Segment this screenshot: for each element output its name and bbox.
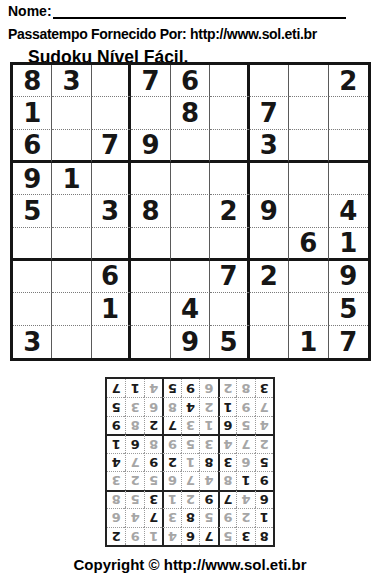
puzzle-cell-r5c3[interactable]: 3 bbox=[92, 195, 131, 227]
puzzle-cell-r2c9[interactable] bbox=[329, 97, 368, 129]
puzzle-cell-r1c9[interactable]: 2 bbox=[329, 65, 368, 97]
solution-cell-r6c6: 9 bbox=[162, 434, 180, 452]
solution-cell-r1c1: 8 bbox=[255, 527, 273, 545]
puzzle-cell-r9c9[interactable]: 7 bbox=[329, 326, 368, 358]
puzzle-cell-r7c6[interactable]: 7 bbox=[210, 261, 249, 293]
puzzle-cell-r2c3[interactable] bbox=[92, 97, 131, 129]
puzzle-cell-r8c9[interactable]: 5 bbox=[329, 293, 368, 325]
puzzle-cell-r4c5[interactable] bbox=[171, 163, 210, 195]
solution-cell-r1c8: 9 bbox=[125, 527, 143, 545]
puzzle-cell-r9c5[interactable]: 9 bbox=[171, 326, 210, 358]
provider-line: Passatempo Fornecido Por: http://www.sol… bbox=[8, 26, 374, 42]
puzzle-cell-r4c1[interactable]: 9 bbox=[13, 163, 52, 195]
solution-cell-r6c2: 7 bbox=[236, 434, 254, 452]
solution-cell-r1c9: 2 bbox=[107, 527, 125, 545]
puzzle-cell-r1c1[interactable]: 8 bbox=[13, 65, 52, 97]
solution-cell-r5c5: 1 bbox=[181, 453, 199, 471]
puzzle-cell-r5c7[interactable]: 9 bbox=[250, 195, 289, 227]
puzzle-grid: 8376218767939153829461672914539517 bbox=[10, 62, 371, 361]
solution-cell-r5c2: 6 bbox=[236, 453, 254, 471]
solution-cell-r8c8: 3 bbox=[125, 397, 143, 415]
puzzle-cell-r2c1[interactable]: 1 bbox=[13, 97, 52, 129]
puzzle-cell-r5c2[interactable] bbox=[52, 195, 91, 227]
puzzle-cell-r9c8[interactable]: 1 bbox=[289, 326, 328, 358]
puzzle-cell-r7c8[interactable] bbox=[289, 261, 328, 293]
solution-cell-r4c7: 5 bbox=[144, 471, 162, 489]
puzzle-cell-r6c2[interactable] bbox=[52, 228, 91, 261]
solution-cell-r3c3: 7 bbox=[218, 490, 236, 508]
solution-cell-r2c9: 6 bbox=[107, 508, 125, 526]
solution-cell-r1c2: 3 bbox=[236, 527, 254, 545]
puzzle-cell-r9c7[interactable] bbox=[250, 326, 289, 358]
puzzle-cell-r2c6[interactable] bbox=[210, 97, 249, 129]
solution-cell-r2c8: 4 bbox=[125, 508, 143, 526]
puzzle-cell-r6c1[interactable] bbox=[13, 228, 52, 261]
solution-cell-r6c1: 2 bbox=[255, 434, 273, 452]
solution-cell-r1c4: 7 bbox=[199, 527, 217, 545]
puzzle-cell-r6c6[interactable] bbox=[210, 228, 249, 261]
puzzle-cell-r9c4[interactable] bbox=[131, 326, 170, 358]
solution-cell-r3c4: 9 bbox=[199, 490, 217, 508]
puzzle-cell-r2c2[interactable] bbox=[52, 97, 91, 129]
puzzle-cell-r7c9[interactable]: 9 bbox=[329, 261, 368, 293]
puzzle-cell-r8c5[interactable]: 4 bbox=[171, 293, 210, 325]
puzzle-cell-r2c8[interactable] bbox=[289, 97, 328, 129]
solution-cell-r3c6: 1 bbox=[162, 490, 180, 508]
solution-cell-r8c7: 6 bbox=[144, 397, 162, 415]
puzzle-cell-r4c6[interactable] bbox=[210, 163, 249, 195]
puzzle-cell-r3c1[interactable]: 6 bbox=[13, 130, 52, 163]
solution-cell-r7c5: 3 bbox=[181, 416, 199, 434]
puzzle-cell-r5c4[interactable]: 8 bbox=[131, 195, 170, 227]
puzzle-cell-r7c2[interactable] bbox=[52, 261, 91, 293]
solution-cell-r7c4: 1 bbox=[199, 416, 217, 434]
solution-cell-r6c5: 5 bbox=[181, 434, 199, 452]
puzzle-cell-r4c9[interactable] bbox=[329, 163, 368, 195]
solution-cell-r2c5: 8 bbox=[181, 508, 199, 526]
solution-cell-r4c6: 6 bbox=[162, 471, 180, 489]
puzzle-cell-r4c4[interactable] bbox=[131, 163, 170, 195]
solution-cell-r9c9: 7 bbox=[107, 379, 125, 397]
solution-cell-r9c4: 6 bbox=[199, 379, 217, 397]
solution-cell-r7c2: 5 bbox=[236, 416, 254, 434]
solution-cell-r2c6: 3 bbox=[162, 508, 180, 526]
puzzle-cell-r9c1[interactable]: 3 bbox=[13, 326, 52, 358]
puzzle-cell-r7c5[interactable] bbox=[171, 261, 210, 293]
solution-cell-r8c3: 1 bbox=[218, 397, 236, 415]
solution-cell-r5c1: 5 bbox=[255, 453, 273, 471]
puzzle-cell-r4c3[interactable] bbox=[92, 163, 131, 195]
solution-cell-r5c3: 3 bbox=[218, 453, 236, 471]
puzzle-cell-r3c4[interactable]: 9 bbox=[131, 130, 170, 163]
solution-cell-r1c3: 5 bbox=[218, 527, 236, 545]
solution-cell-r9c3: 2 bbox=[218, 379, 236, 397]
solution-cell-r4c1: 9 bbox=[255, 471, 273, 489]
solution-cell-r3c8: 5 bbox=[125, 490, 143, 508]
puzzle-cell-r7c7[interactable]: 2 bbox=[250, 261, 289, 293]
puzzle-cell-r9c3[interactable] bbox=[92, 326, 131, 358]
puzzle-cell-r5c1[interactable]: 5 bbox=[13, 195, 52, 227]
solution-cell-r6c3: 4 bbox=[218, 434, 236, 452]
puzzle-cell-r1c4[interactable]: 7 bbox=[131, 65, 170, 97]
puzzle-cell-r7c4[interactable] bbox=[131, 261, 170, 293]
solution-cell-r8c6: 8 bbox=[162, 397, 180, 415]
puzzle-cell-r3c9[interactable] bbox=[329, 130, 368, 163]
puzzle-cell-r6c9[interactable]: 1 bbox=[329, 228, 368, 261]
solution-cell-r6c9: 1 bbox=[107, 434, 125, 452]
puzzle-cell-r8c6[interactable] bbox=[210, 293, 249, 325]
solution-cell-r5c9: 4 bbox=[107, 453, 125, 471]
solution-cell-r9c1: 3 bbox=[255, 379, 273, 397]
puzzle-cell-r6c7[interactable] bbox=[250, 228, 289, 261]
puzzle-cell-r2c5[interactable]: 8 bbox=[171, 97, 210, 129]
solution-cell-r4c4: 4 bbox=[199, 471, 217, 489]
page-header: Nome: Passatempo Fornecido Por: http://w… bbox=[8, 4, 374, 68]
puzzle-cell-r4c2[interactable]: 1 bbox=[52, 163, 91, 195]
name-input-line[interactable] bbox=[53, 6, 346, 19]
solution-cell-r2c3: 9 bbox=[218, 508, 236, 526]
solution-cell-r4c3: 8 bbox=[218, 471, 236, 489]
puzzle-cell-r3c5[interactable] bbox=[171, 130, 210, 163]
solution-cell-r5c8: 7 bbox=[125, 453, 143, 471]
solution-cell-r5c7: 9 bbox=[144, 453, 162, 471]
solution-cell-r3c5: 2 bbox=[181, 490, 199, 508]
puzzle-cell-r3c6[interactable] bbox=[210, 130, 249, 163]
puzzle-cell-r1c3[interactable] bbox=[92, 65, 131, 97]
solution-cell-r9c7: 4 bbox=[144, 379, 162, 397]
puzzle-cell-r3c8[interactable] bbox=[289, 130, 328, 163]
solution-cell-r2c1: 1 bbox=[255, 508, 273, 526]
puzzle-cell-r3c7[interactable]: 3 bbox=[250, 130, 289, 163]
puzzle-cell-r1c7[interactable] bbox=[250, 65, 289, 97]
solution-cell-r9c6: 5 bbox=[162, 379, 180, 397]
solution-cell-r2c2: 2 bbox=[236, 508, 254, 526]
solution-cell-r2c4: 5 bbox=[199, 508, 217, 526]
solution-cell-r4c5: 7 bbox=[181, 471, 199, 489]
solution-cell-r7c6: 7 bbox=[162, 416, 180, 434]
solution-cell-r5c6: 2 bbox=[162, 453, 180, 471]
solution-cell-r5c4: 8 bbox=[199, 453, 217, 471]
solution-cell-r6c8: 6 bbox=[125, 434, 143, 452]
puzzle-cell-r8c7[interactable] bbox=[250, 293, 289, 325]
solution-cell-r8c5: 4 bbox=[181, 397, 199, 415]
solution-cell-r3c9: 8 bbox=[107, 490, 125, 508]
solution-cell-r9c5: 9 bbox=[181, 379, 199, 397]
solution-cell-r8c1: 7 bbox=[255, 397, 273, 415]
puzzle-cell-r6c4[interactable] bbox=[131, 228, 170, 261]
puzzle-cell-r1c6[interactable] bbox=[210, 65, 249, 97]
solution-grid: 8357641921295837466479213589184765235638… bbox=[105, 377, 275, 547]
copyright: Copyright © http://www.sol.eti.br bbox=[0, 556, 380, 573]
solution-cell-r3c1: 6 bbox=[255, 490, 273, 508]
solution-cell-r8c4: 2 bbox=[199, 397, 217, 415]
solution-cell-r1c5: 6 bbox=[181, 527, 199, 545]
puzzle-cell-r4c7[interactable] bbox=[250, 163, 289, 195]
solution-cell-r1c6: 4 bbox=[162, 527, 180, 545]
solution-cell-r6c4: 3 bbox=[199, 434, 217, 452]
puzzle-cell-r7c1[interactable] bbox=[13, 261, 52, 293]
puzzle-cell-r7c3[interactable]: 6 bbox=[92, 261, 131, 293]
puzzle-cell-r2c4[interactable] bbox=[131, 97, 170, 129]
puzzle-cell-r5c6[interactable]: 2 bbox=[210, 195, 249, 227]
puzzle-cell-r6c8[interactable]: 6 bbox=[289, 228, 328, 261]
solution-cell-r3c7: 3 bbox=[144, 490, 162, 508]
puzzle-cell-r3c2[interactable] bbox=[52, 130, 91, 163]
solution-cell-r4c9: 3 bbox=[107, 471, 125, 489]
solution-cell-r8c2: 9 bbox=[236, 397, 254, 415]
solution-cell-r9c2: 8 bbox=[236, 379, 254, 397]
puzzle-cell-r6c3[interactable] bbox=[92, 228, 131, 261]
puzzle-cell-r5c9[interactable]: 4 bbox=[329, 195, 368, 227]
puzzle-cell-r8c4[interactable] bbox=[131, 293, 170, 325]
solution-cell-r4c8: 2 bbox=[125, 471, 143, 489]
solution-cell-r2c7: 7 bbox=[144, 508, 162, 526]
puzzle-cell-r8c3[interactable]: 1 bbox=[92, 293, 131, 325]
puzzle-cell-r5c5[interactable] bbox=[171, 195, 210, 227]
puzzle-cell-r4c8[interactable] bbox=[289, 163, 328, 195]
solution-cell-r1c7: 1 bbox=[144, 527, 162, 545]
puzzle-cell-r6c5[interactable] bbox=[171, 228, 210, 261]
puzzle-cell-r1c2[interactable]: 3 bbox=[52, 65, 91, 97]
puzzle-cell-r1c8[interactable] bbox=[289, 65, 328, 97]
puzzle-cell-r3c3[interactable]: 7 bbox=[92, 130, 131, 163]
puzzle-cell-r8c1[interactable] bbox=[13, 293, 52, 325]
puzzle-cell-r8c8[interactable] bbox=[289, 293, 328, 325]
puzzle-cell-r9c6[interactable]: 5 bbox=[210, 326, 249, 358]
solution-cell-r7c1: 4 bbox=[255, 416, 273, 434]
solution-cell-r6c7: 8 bbox=[144, 434, 162, 452]
name-label: Nome: bbox=[8, 4, 52, 19]
name-field-row: Nome: bbox=[8, 4, 346, 19]
solution-cell-r7c7: 2 bbox=[144, 416, 162, 434]
solution-cell-r7c3: 6 bbox=[218, 416, 236, 434]
puzzle-cell-r5c8[interactable] bbox=[289, 195, 328, 227]
puzzle-cell-r8c2[interactable] bbox=[52, 293, 91, 325]
puzzle-cell-r1c5[interactable]: 6 bbox=[171, 65, 210, 97]
solution-cell-r9c8: 1 bbox=[125, 379, 143, 397]
solution-cell-r3c2: 4 bbox=[236, 490, 254, 508]
puzzle-cell-r9c2[interactable] bbox=[52, 326, 91, 358]
solution-cell-r7c8: 8 bbox=[125, 416, 143, 434]
solution-cell-r8c9: 5 bbox=[107, 397, 125, 415]
puzzle-cell-r2c7[interactable]: 7 bbox=[250, 97, 289, 129]
solution-cell-r7c9: 9 bbox=[107, 416, 125, 434]
solution-cell-r4c2: 1 bbox=[236, 471, 254, 489]
